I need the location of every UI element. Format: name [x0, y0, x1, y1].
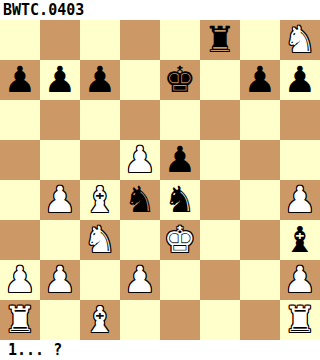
square-c1[interactable]: ♝: [80, 300, 120, 340]
square-d7[interactable]: [120, 60, 160, 100]
square-a7[interactable]: ♟: [0, 60, 40, 100]
square-a2[interactable]: ♟: [0, 260, 40, 300]
square-e7[interactable]: ♚: [160, 60, 200, 100]
black-king-e7: ♚: [164, 62, 196, 98]
white-rook-a1: ♜: [4, 302, 36, 338]
square-e4[interactable]: ♞: [160, 180, 200, 220]
square-a1[interactable]: ♜: [0, 300, 40, 340]
square-h2[interactable]: ♟: [280, 260, 320, 300]
puzzle-id: BWTC.0403: [0, 0, 320, 20]
square-g5[interactable]: [240, 140, 280, 180]
square-b3[interactable]: [40, 220, 80, 260]
black-rook-f8: ♜: [204, 22, 236, 58]
square-f5[interactable]: [200, 140, 240, 180]
square-b6[interactable]: [40, 100, 80, 140]
white-bishop-c1: ♝: [84, 302, 116, 338]
square-a6[interactable]: [0, 100, 40, 140]
black-pawn-b7: ♟: [44, 62, 76, 98]
square-b4[interactable]: ♟: [40, 180, 80, 220]
square-d3[interactable]: [120, 220, 160, 260]
square-d1[interactable]: [120, 300, 160, 340]
black-knight-e4: ♞: [164, 182, 196, 218]
square-c7[interactable]: ♟: [80, 60, 120, 100]
square-g3[interactable]: [240, 220, 280, 260]
white-bishop-c4: ♝: [84, 182, 116, 218]
white-pawn-a2: ♟: [4, 262, 36, 298]
square-h7[interactable]: ♟: [280, 60, 320, 100]
black-pawn-h7: ♟: [284, 62, 316, 98]
black-pawn-e5: ♟: [164, 142, 196, 178]
square-d2[interactable]: ♟: [120, 260, 160, 300]
move-prompt: 1... ?: [0, 340, 320, 360]
chess-puzzle-viewer: BWTC.0403 ♜♞♟♟♟♚♟♟♟♟♟♝♞♞♟♞♚♝♟♟♟♟♜♝♜ 1...…: [0, 0, 320, 360]
square-h6[interactable]: [280, 100, 320, 140]
square-f1[interactable]: [200, 300, 240, 340]
square-a5[interactable]: [0, 140, 40, 180]
square-c2[interactable]: [80, 260, 120, 300]
square-h4[interactable]: ♟: [280, 180, 320, 220]
square-c3[interactable]: ♞: [80, 220, 120, 260]
square-d6[interactable]: [120, 100, 160, 140]
square-h3[interactable]: ♝: [280, 220, 320, 260]
square-c5[interactable]: [80, 140, 120, 180]
square-e5[interactable]: ♟: [160, 140, 200, 180]
square-d4[interactable]: ♞: [120, 180, 160, 220]
square-g8[interactable]: [240, 20, 280, 60]
black-pawn-g7: ♟: [244, 62, 276, 98]
square-e6[interactable]: [160, 100, 200, 140]
white-knight-c3: ♞: [84, 222, 116, 258]
square-g1[interactable]: [240, 300, 280, 340]
white-pawn-b2: ♟: [44, 262, 76, 298]
black-knight-d4: ♞: [124, 182, 156, 218]
square-f6[interactable]: [200, 100, 240, 140]
white-king-e3: ♚: [164, 222, 196, 258]
square-a3[interactable]: [0, 220, 40, 260]
square-h8[interactable]: ♞: [280, 20, 320, 60]
square-b7[interactable]: ♟: [40, 60, 80, 100]
square-g2[interactable]: [240, 260, 280, 300]
chess-board: ♜♞♟♟♟♚♟♟♟♟♟♝♞♞♟♞♚♝♟♟♟♟♜♝♜: [0, 20, 320, 340]
square-f3[interactable]: [200, 220, 240, 260]
square-e8[interactable]: [160, 20, 200, 60]
square-c8[interactable]: [80, 20, 120, 60]
square-a8[interactable]: [0, 20, 40, 60]
square-e1[interactable]: [160, 300, 200, 340]
square-d8[interactable]: [120, 20, 160, 60]
square-g7[interactable]: ♟: [240, 60, 280, 100]
square-b1[interactable]: [40, 300, 80, 340]
black-bishop-h3: ♝: [284, 222, 316, 258]
square-e2[interactable]: [160, 260, 200, 300]
square-a4[interactable]: [0, 180, 40, 220]
square-b2[interactable]: ♟: [40, 260, 80, 300]
white-pawn-h2: ♟: [284, 262, 316, 298]
square-g6[interactable]: [240, 100, 280, 140]
square-f2[interactable]: [200, 260, 240, 300]
square-b8[interactable]: [40, 20, 80, 60]
white-rook-h1: ♜: [284, 302, 316, 338]
square-f8[interactable]: ♜: [200, 20, 240, 60]
square-e3[interactable]: ♚: [160, 220, 200, 260]
square-f4[interactable]: [200, 180, 240, 220]
square-h1[interactable]: ♜: [280, 300, 320, 340]
square-c4[interactable]: ♝: [80, 180, 120, 220]
square-g4[interactable]: [240, 180, 280, 220]
square-b5[interactable]: [40, 140, 80, 180]
square-f7[interactable]: [200, 60, 240, 100]
white-pawn-d2: ♟: [124, 262, 156, 298]
white-pawn-b4: ♟: [44, 182, 76, 218]
black-pawn-a7: ♟: [4, 62, 36, 98]
square-h5[interactable]: [280, 140, 320, 180]
black-pawn-c7: ♟: [84, 62, 116, 98]
white-pawn-h4: ♟: [284, 182, 316, 218]
square-c6[interactable]: [80, 100, 120, 140]
white-knight-h8: ♞: [284, 22, 316, 58]
square-d5[interactable]: ♟: [120, 140, 160, 180]
white-pawn-d5: ♟: [124, 142, 156, 178]
